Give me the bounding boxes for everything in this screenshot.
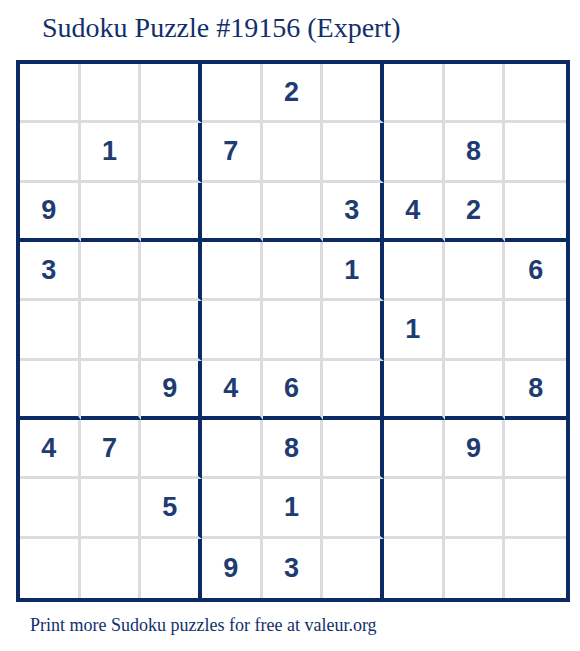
cell-r1c1 [20, 64, 81, 123]
cell-r5c9 [505, 301, 566, 360]
cell-r4c4 [202, 242, 263, 301]
cell-r3c9 [505, 183, 566, 242]
cell-r3c2 [81, 183, 142, 242]
cell-r1c8 [445, 64, 506, 123]
cell-r8c5: 1 [263, 479, 324, 538]
cell-r9c3 [141, 539, 202, 598]
cell-r7c8: 9 [445, 420, 506, 479]
cell-r5c5 [263, 301, 324, 360]
cell-r1c2 [81, 64, 142, 123]
cell-r1c9 [505, 64, 566, 123]
cell-r7c4 [202, 420, 263, 479]
cell-r2c5 [263, 123, 324, 182]
cell-r4c9: 6 [505, 242, 566, 301]
cell-r1c5: 2 [263, 64, 324, 123]
cell-r9c4: 9 [202, 539, 263, 598]
cell-r9c7 [384, 539, 445, 598]
cell-r3c5 [263, 183, 324, 242]
cell-r7c6 [323, 420, 384, 479]
page-title: Sudoku Puzzle #19156 (Expert) [42, 12, 401, 44]
cell-r3c4 [202, 183, 263, 242]
cell-r7c3 [141, 420, 202, 479]
cell-r5c1 [20, 301, 81, 360]
cell-r5c2 [81, 301, 142, 360]
cell-r2c9 [505, 123, 566, 182]
cell-r9c5: 3 [263, 539, 324, 598]
cell-r1c7 [384, 64, 445, 123]
cell-r3c3 [141, 183, 202, 242]
cell-r6c6 [323, 361, 384, 420]
cell-r5c6 [323, 301, 384, 360]
cell-r8c9 [505, 479, 566, 538]
cell-r6c4: 4 [202, 361, 263, 420]
cell-r5c7: 1 [384, 301, 445, 360]
cell-r9c8 [445, 539, 506, 598]
cell-r2c2: 1 [81, 123, 142, 182]
cell-r6c9: 8 [505, 361, 566, 420]
cell-r6c2 [81, 361, 142, 420]
cell-r6c5: 6 [263, 361, 324, 420]
footer-text: Print more Sudoku puzzles for free at va… [30, 615, 377, 636]
cell-r8c8 [445, 479, 506, 538]
cell-r6c3: 9 [141, 361, 202, 420]
cell-r7c5: 8 [263, 420, 324, 479]
cell-r2c6 [323, 123, 384, 182]
cell-r8c6 [323, 479, 384, 538]
cell-r5c3 [141, 301, 202, 360]
cell-r1c3 [141, 64, 202, 123]
cell-r2c4: 7 [202, 123, 263, 182]
cell-r8c7 [384, 479, 445, 538]
cell-r7c1: 4 [20, 420, 81, 479]
cell-r3c1: 9 [20, 183, 81, 242]
cell-r2c8: 8 [445, 123, 506, 182]
cell-r2c3 [141, 123, 202, 182]
sudoku-board: 217893423161946847895193 [16, 60, 570, 602]
cell-r1c6 [323, 64, 384, 123]
cell-r8c4 [202, 479, 263, 538]
cell-r3c7: 4 [384, 183, 445, 242]
cell-r2c7 [384, 123, 445, 182]
cell-r6c7 [384, 361, 445, 420]
cell-r7c2: 7 [81, 420, 142, 479]
cell-r5c4 [202, 301, 263, 360]
cell-r8c1 [20, 479, 81, 538]
cell-r7c7 [384, 420, 445, 479]
cell-r4c8 [445, 242, 506, 301]
cell-r4c2 [81, 242, 142, 301]
cell-r8c2 [81, 479, 142, 538]
cell-r6c1 [20, 361, 81, 420]
cell-r8c3: 5 [141, 479, 202, 538]
cell-r3c8: 2 [445, 183, 506, 242]
cell-r9c6 [323, 539, 384, 598]
cell-r4c6: 1 [323, 242, 384, 301]
cell-r3c6: 3 [323, 183, 384, 242]
cell-r4c3 [141, 242, 202, 301]
cell-r5c8 [445, 301, 506, 360]
cell-r7c9 [505, 420, 566, 479]
cell-r4c1: 3 [20, 242, 81, 301]
cell-r2c1 [20, 123, 81, 182]
cell-r6c8 [445, 361, 506, 420]
cell-r1c4 [202, 64, 263, 123]
cell-r9c9 [505, 539, 566, 598]
cell-r4c5 [263, 242, 324, 301]
cell-r4c7 [384, 242, 445, 301]
cell-r9c1 [20, 539, 81, 598]
cell-r9c2 [81, 539, 142, 598]
